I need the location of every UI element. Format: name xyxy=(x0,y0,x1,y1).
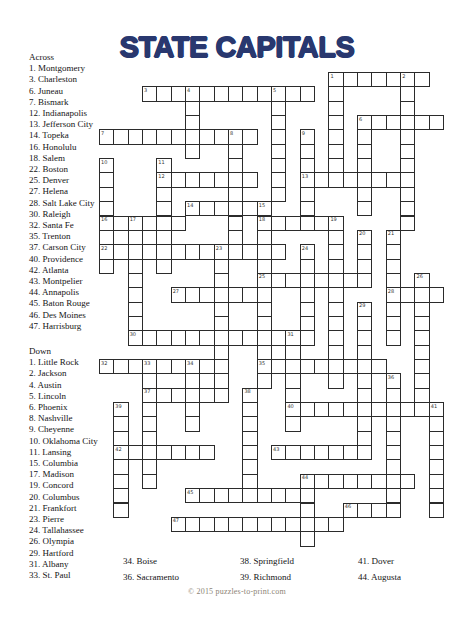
grid-cell[interactable]: 38 xyxy=(242,388,257,403)
grid-cell[interactable] xyxy=(257,230,272,245)
grid-cell[interactable] xyxy=(386,302,401,317)
grid-cell[interactable] xyxy=(271,273,286,288)
grid-cell[interactable]: 32 xyxy=(99,359,114,374)
grid-cell[interactable] xyxy=(185,115,200,130)
grid-cell[interactable] xyxy=(128,129,143,144)
grid-cell[interactable]: 27 xyxy=(171,287,186,302)
grid-cell[interactable] xyxy=(214,86,229,101)
grid-cell[interactable] xyxy=(228,287,243,302)
grid-cell[interactable] xyxy=(156,129,171,144)
grid-cell[interactable] xyxy=(128,259,143,274)
grid-cell[interactable] xyxy=(271,144,286,159)
grid-cell[interactable] xyxy=(285,359,300,374)
grid-cell[interactable] xyxy=(386,431,401,446)
grid-cell[interactable] xyxy=(400,158,415,173)
grid-cell[interactable] xyxy=(285,86,300,101)
grid-cell[interactable] xyxy=(214,316,229,331)
grid-cell[interactable] xyxy=(199,244,214,259)
grid-cell[interactable] xyxy=(314,402,329,417)
grid-cell[interactable] xyxy=(142,330,157,345)
grid-cell[interactable]: 44 xyxy=(300,474,315,489)
grid-cell[interactable]: 3 xyxy=(142,86,157,101)
grid-cell[interactable]: 37 xyxy=(142,388,157,403)
grid-cell[interactable] xyxy=(242,517,257,532)
grid-cell[interactable] xyxy=(357,273,372,288)
grid-cell[interactable] xyxy=(257,373,272,388)
grid-cell[interactable] xyxy=(171,330,186,345)
grid-cell[interactable] xyxy=(199,129,214,144)
grid-cell[interactable] xyxy=(214,388,229,403)
grid-cell[interactable] xyxy=(214,172,229,187)
grid-cell[interactable] xyxy=(357,416,372,431)
grid-cell[interactable] xyxy=(386,330,401,345)
grid-cell[interactable] xyxy=(328,244,343,259)
grid-cell[interactable] xyxy=(371,503,386,518)
grid-cell[interactable] xyxy=(300,259,315,274)
grid-cell[interactable] xyxy=(386,488,401,503)
grid-cell[interactable] xyxy=(156,330,171,345)
grid-cell[interactable] xyxy=(314,273,329,288)
grid-cell[interactable] xyxy=(271,129,286,144)
grid-cell[interactable] xyxy=(414,287,429,302)
grid-cell[interactable]: 17 xyxy=(128,216,143,231)
grid-cell[interactable] xyxy=(343,72,358,87)
grid-cell[interactable] xyxy=(328,158,343,173)
grid-cell[interactable] xyxy=(328,445,343,460)
grid-cell[interactable] xyxy=(285,216,300,231)
grid-cell[interactable] xyxy=(99,201,114,216)
grid-cell[interactable] xyxy=(185,388,200,403)
grid-cell[interactable]: 5 xyxy=(271,86,286,101)
grid-cell[interactable] xyxy=(328,86,343,101)
grid-cell[interactable] xyxy=(357,431,372,446)
grid-cell[interactable]: 6 xyxy=(357,115,372,130)
grid-cell[interactable] xyxy=(271,330,286,345)
grid-cell[interactable] xyxy=(271,244,286,259)
grid-cell[interactable] xyxy=(271,359,286,374)
grid-cell[interactable]: 33 xyxy=(142,359,157,374)
grid-cell[interactable] xyxy=(285,345,300,360)
grid-cell[interactable] xyxy=(314,445,329,460)
grid-cell[interactable] xyxy=(328,230,343,245)
grid-cell[interactable] xyxy=(328,345,343,360)
grid-cell[interactable] xyxy=(414,115,429,130)
grid-cell[interactable] xyxy=(199,330,214,345)
grid-cell[interactable] xyxy=(386,273,401,288)
grid-cell[interactable] xyxy=(142,459,157,474)
grid-cell[interactable] xyxy=(328,129,343,144)
grid-cell[interactable] xyxy=(271,517,286,532)
grid-cell[interactable] xyxy=(171,244,186,259)
grid-cell[interactable] xyxy=(185,416,200,431)
grid-cell[interactable] xyxy=(429,431,444,446)
grid-cell[interactable]: 13 xyxy=(300,172,315,187)
grid-cell[interactable] xyxy=(328,373,343,388)
grid-cell[interactable] xyxy=(199,359,214,374)
grid-cell[interactable] xyxy=(242,287,257,302)
grid-cell[interactable] xyxy=(156,230,171,245)
grid-cell[interactable] xyxy=(371,72,386,87)
grid-cell[interactable] xyxy=(314,172,329,187)
grid-cell[interactable] xyxy=(214,287,229,302)
grid-cell[interactable] xyxy=(156,187,171,202)
grid-cell[interactable] xyxy=(357,359,372,374)
grid-cell[interactable] xyxy=(242,244,257,259)
grid-cell[interactable] xyxy=(314,216,329,231)
grid-cell[interactable] xyxy=(214,373,229,388)
grid-cell[interactable]: 21 xyxy=(386,230,401,245)
grid-cell[interactable] xyxy=(185,517,200,532)
grid-cell[interactable] xyxy=(314,474,329,489)
grid-cell[interactable] xyxy=(285,488,300,503)
grid-cell[interactable] xyxy=(185,129,200,144)
grid-cell[interactable] xyxy=(414,359,429,374)
grid-cell[interactable] xyxy=(386,244,401,259)
grid-cell[interactable] xyxy=(400,201,415,216)
grid-cell[interactable] xyxy=(357,259,372,274)
grid-cell[interactable] xyxy=(228,158,243,173)
grid-cell[interactable] xyxy=(199,388,214,403)
grid-cell[interactable] xyxy=(328,172,343,187)
grid-cell[interactable] xyxy=(285,388,300,403)
grid-cell[interactable] xyxy=(400,144,415,159)
grid-cell[interactable] xyxy=(300,273,315,288)
grid-cell[interactable] xyxy=(429,474,444,489)
grid-cell[interactable] xyxy=(357,330,372,345)
grid-cell[interactable] xyxy=(414,345,429,360)
grid-cell[interactable] xyxy=(214,273,229,288)
grid-cell[interactable] xyxy=(357,316,372,331)
grid-cell[interactable] xyxy=(386,115,401,130)
grid-cell[interactable] xyxy=(386,445,401,460)
grid-cell[interactable] xyxy=(285,416,300,431)
grid-cell[interactable] xyxy=(142,402,157,417)
grid-cell[interactable] xyxy=(328,302,343,317)
grid-cell[interactable]: 41 xyxy=(429,402,444,417)
grid-cell[interactable] xyxy=(99,172,114,187)
grid-cell[interactable] xyxy=(257,259,272,274)
grid-cell[interactable] xyxy=(185,101,200,116)
grid-cell[interactable] xyxy=(128,273,143,288)
grid-cell[interactable] xyxy=(328,259,343,274)
grid-cell[interactable] xyxy=(128,287,143,302)
grid-cell[interactable] xyxy=(171,388,186,403)
grid-cell[interactable] xyxy=(242,129,257,144)
grid-cell[interactable] xyxy=(242,488,257,503)
grid-cell[interactable] xyxy=(242,474,257,489)
grid-cell[interactable] xyxy=(185,172,200,187)
grid-cell[interactable]: 9 xyxy=(300,129,315,144)
grid-cell[interactable] xyxy=(328,474,343,489)
grid-cell[interactable] xyxy=(113,244,128,259)
grid-cell[interactable] xyxy=(271,187,286,202)
grid-cell[interactable] xyxy=(300,330,315,345)
grid-cell[interactable] xyxy=(328,402,343,417)
grid-cell[interactable] xyxy=(228,244,243,259)
grid-cell[interactable] xyxy=(271,488,286,503)
grid-cell[interactable] xyxy=(242,445,257,460)
grid-cell[interactable] xyxy=(343,402,358,417)
grid-cell[interactable] xyxy=(328,273,343,288)
grid-cell[interactable] xyxy=(156,259,171,274)
grid-cell[interactable] xyxy=(242,86,257,101)
grid-cell[interactable] xyxy=(300,316,315,331)
grid-cell[interactable] xyxy=(99,230,114,245)
grid-cell[interactable] xyxy=(257,244,272,259)
grid-cell[interactable] xyxy=(429,488,444,503)
grid-cell[interactable] xyxy=(400,115,415,130)
grid-cell[interactable] xyxy=(343,445,358,460)
grid-cell[interactable] xyxy=(185,144,200,159)
grid-cell[interactable] xyxy=(142,445,157,460)
grid-cell[interactable] xyxy=(357,345,372,360)
grid-cell[interactable] xyxy=(228,488,243,503)
grid-cell[interactable] xyxy=(300,517,315,532)
grid-cell[interactable] xyxy=(314,359,329,374)
grid-cell[interactable] xyxy=(128,359,143,374)
grid-cell[interactable] xyxy=(113,416,128,431)
grid-cell[interactable]: 34 xyxy=(185,359,200,374)
grid-cell[interactable] xyxy=(328,517,343,532)
grid-cell[interactable] xyxy=(343,172,358,187)
grid-cell[interactable] xyxy=(185,244,200,259)
grid-cell[interactable] xyxy=(113,488,128,503)
grid-cell[interactable] xyxy=(214,359,229,374)
grid-cell[interactable] xyxy=(242,330,257,345)
grid-cell[interactable]: 35 xyxy=(257,359,272,374)
grid-cell[interactable] xyxy=(228,230,243,245)
grid-cell[interactable] xyxy=(357,402,372,417)
grid-cell[interactable] xyxy=(357,388,372,403)
grid-cell[interactable] xyxy=(228,517,243,532)
grid-cell[interactable] xyxy=(300,187,315,202)
grid-cell[interactable] xyxy=(400,187,415,202)
grid-cell[interactable] xyxy=(242,172,257,187)
grid-cell[interactable] xyxy=(214,201,229,216)
grid-cell[interactable] xyxy=(113,129,128,144)
grid-cell[interactable]: 25 xyxy=(257,273,272,288)
grid-cell[interactable]: 15 xyxy=(257,201,272,216)
grid-cell[interactable]: 28 xyxy=(386,287,401,302)
grid-cell[interactable] xyxy=(300,287,315,302)
grid-cell[interactable] xyxy=(300,86,315,101)
grid-cell[interactable]: 26 xyxy=(414,273,429,288)
grid-cell[interactable] xyxy=(113,431,128,446)
grid-cell[interactable]: 39 xyxy=(113,402,128,417)
grid-cell[interactable] xyxy=(257,302,272,317)
grid-cell[interactable] xyxy=(171,129,186,144)
grid-cell[interactable] xyxy=(128,230,143,245)
grid-cell[interactable] xyxy=(429,459,444,474)
grid-cell[interactable] xyxy=(357,144,372,159)
grid-cell[interactable] xyxy=(257,86,272,101)
grid-cell[interactable] xyxy=(99,259,114,274)
grid-cell[interactable] xyxy=(371,115,386,130)
grid-cell[interactable] xyxy=(414,330,429,345)
grid-cell[interactable] xyxy=(343,359,358,374)
grid-cell[interactable]: 8 xyxy=(228,129,243,144)
grid-cell[interactable] xyxy=(386,72,401,87)
grid-cell[interactable] xyxy=(328,330,343,345)
grid-cell[interactable] xyxy=(343,273,358,288)
grid-cell[interactable] xyxy=(199,445,214,460)
grid-cell[interactable] xyxy=(400,86,415,101)
grid-cell[interactable] xyxy=(429,503,444,518)
grid-cell[interactable] xyxy=(414,388,429,403)
grid-cell[interactable] xyxy=(185,330,200,345)
grid-cell[interactable] xyxy=(285,517,300,532)
grid-cell[interactable] xyxy=(357,172,372,187)
grid-cell[interactable] xyxy=(156,86,171,101)
grid-cell[interactable] xyxy=(142,244,157,259)
grid-cell[interactable] xyxy=(228,216,243,231)
grid-cell[interactable] xyxy=(328,101,343,116)
grid-cell[interactable]: 42 xyxy=(113,445,128,460)
grid-cell[interactable] xyxy=(228,144,243,159)
grid-cell[interactable]: 14 xyxy=(185,201,200,216)
grid-cell[interactable] xyxy=(357,72,372,87)
grid-cell[interactable] xyxy=(414,316,429,331)
grid-cell[interactable] xyxy=(214,129,229,144)
grid-cell[interactable] xyxy=(271,172,286,187)
grid-cell[interactable]: 31 xyxy=(285,330,300,345)
grid-cell[interactable] xyxy=(113,474,128,489)
grid-cell[interactable] xyxy=(199,201,214,216)
grid-cell[interactable] xyxy=(357,445,372,460)
grid-cell[interactable] xyxy=(285,273,300,288)
grid-cell[interactable] xyxy=(271,115,286,130)
grid-cell[interactable] xyxy=(142,416,157,431)
grid-cell[interactable] xyxy=(300,503,315,518)
grid-cell[interactable] xyxy=(128,302,143,317)
grid-cell[interactable] xyxy=(185,287,200,302)
grid-cell[interactable] xyxy=(357,129,372,144)
grid-cell[interactable] xyxy=(242,201,257,216)
grid-cell[interactable] xyxy=(113,359,128,374)
grid-cell[interactable] xyxy=(300,359,315,374)
grid-cell[interactable] xyxy=(142,373,157,388)
grid-cell[interactable]: 12 xyxy=(156,172,171,187)
grid-cell[interactable] xyxy=(228,187,243,202)
grid-cell[interactable] xyxy=(242,431,257,446)
grid-cell[interactable] xyxy=(185,402,200,417)
grid-cell[interactable] xyxy=(271,158,286,173)
grid-cell[interactable] xyxy=(400,474,415,489)
grid-cell[interactable]: 11 xyxy=(156,158,171,173)
grid-cell[interactable] xyxy=(400,402,415,417)
grid-cell[interactable] xyxy=(285,445,300,460)
grid-cell[interactable] xyxy=(214,517,229,532)
grid-cell[interactable]: 23 xyxy=(214,244,229,259)
grid-cell[interactable]: 43 xyxy=(271,445,286,460)
grid-cell[interactable] xyxy=(271,101,286,116)
grid-cell[interactable] xyxy=(429,115,444,130)
grid-cell[interactable] xyxy=(285,373,300,388)
grid-cell[interactable] xyxy=(343,474,358,489)
grid-cell[interactable]: 40 xyxy=(285,402,300,417)
grid-cell[interactable] xyxy=(371,402,386,417)
grid-cell[interactable] xyxy=(328,359,343,374)
grid-cell[interactable] xyxy=(242,416,257,431)
grid-cell[interactable] xyxy=(414,72,429,87)
grid-cell[interactable]: 36 xyxy=(386,373,401,388)
grid-cell[interactable] xyxy=(328,115,343,130)
grid-cell[interactable] xyxy=(386,172,401,187)
grid-cell[interactable]: 46 xyxy=(343,503,358,518)
grid-cell[interactable] xyxy=(300,531,315,546)
grid-cell[interactable]: 10 xyxy=(99,158,114,173)
grid-cell[interactable] xyxy=(357,503,372,518)
grid-cell[interactable] xyxy=(300,488,315,503)
grid-cell[interactable]: 19 xyxy=(328,216,343,231)
grid-cell[interactable] xyxy=(400,129,415,144)
grid-cell[interactable] xyxy=(171,216,186,231)
grid-cell[interactable] xyxy=(99,187,114,202)
grid-cell[interactable] xyxy=(199,488,214,503)
grid-cell[interactable] xyxy=(128,316,143,331)
grid-cell[interactable] xyxy=(156,216,171,231)
grid-cell[interactable] xyxy=(156,244,171,259)
grid-cell[interactable] xyxy=(228,201,243,216)
grid-cell[interactable] xyxy=(386,459,401,474)
grid-cell[interactable]: 20 xyxy=(357,230,372,245)
grid-cell[interactable] xyxy=(400,101,415,116)
grid-cell[interactable] xyxy=(357,373,372,388)
grid-cell[interactable] xyxy=(257,345,272,360)
grid-cell[interactable] xyxy=(113,503,128,518)
grid-cell[interactable] xyxy=(328,144,343,159)
grid-cell[interactable]: 4 xyxy=(185,86,200,101)
grid-cell[interactable]: 45 xyxy=(185,488,200,503)
grid-cell[interactable] xyxy=(386,402,401,417)
grid-cell[interactable] xyxy=(128,244,143,259)
grid-cell[interactable] xyxy=(328,287,343,302)
grid-cell[interactable] xyxy=(113,216,128,231)
grid-cell[interactable] xyxy=(199,172,214,187)
grid-cell[interactable] xyxy=(386,416,401,431)
grid-cell[interactable] xyxy=(242,459,257,474)
grid-cell[interactable] xyxy=(171,86,186,101)
grid-cell[interactable] xyxy=(199,517,214,532)
grid-cell[interactable] xyxy=(357,244,372,259)
grid-cell[interactable] xyxy=(429,287,444,302)
grid-cell[interactable] xyxy=(257,330,272,345)
grid-cell[interactable] xyxy=(386,316,401,331)
grid-cell[interactable] xyxy=(429,416,444,431)
grid-cell[interactable] xyxy=(185,445,200,460)
grid-cell[interactable] xyxy=(142,474,157,489)
grid-cell[interactable]: 16 xyxy=(99,216,114,231)
grid-cell[interactable] xyxy=(171,445,186,460)
grid-cell[interactable] xyxy=(257,517,272,532)
grid-cell[interactable] xyxy=(400,287,415,302)
grid-cell[interactable] xyxy=(386,388,401,403)
grid-cell[interactable] xyxy=(400,216,415,231)
grid-cell[interactable] xyxy=(113,459,128,474)
grid-cell[interactable] xyxy=(400,172,415,187)
grid-cell[interactable] xyxy=(171,359,186,374)
grid-cell[interactable]: 22 xyxy=(99,244,114,259)
grid-cell[interactable] xyxy=(228,330,243,345)
grid-cell[interactable] xyxy=(214,345,229,360)
grid-cell[interactable] xyxy=(156,445,171,460)
grid-cell[interactable] xyxy=(300,216,315,231)
grid-cell[interactable] xyxy=(228,172,243,187)
grid-cell[interactable] xyxy=(228,86,243,101)
grid-cell[interactable]: 30 xyxy=(128,330,143,345)
grid-cell[interactable] xyxy=(300,445,315,460)
grid-cell[interactable] xyxy=(357,158,372,173)
